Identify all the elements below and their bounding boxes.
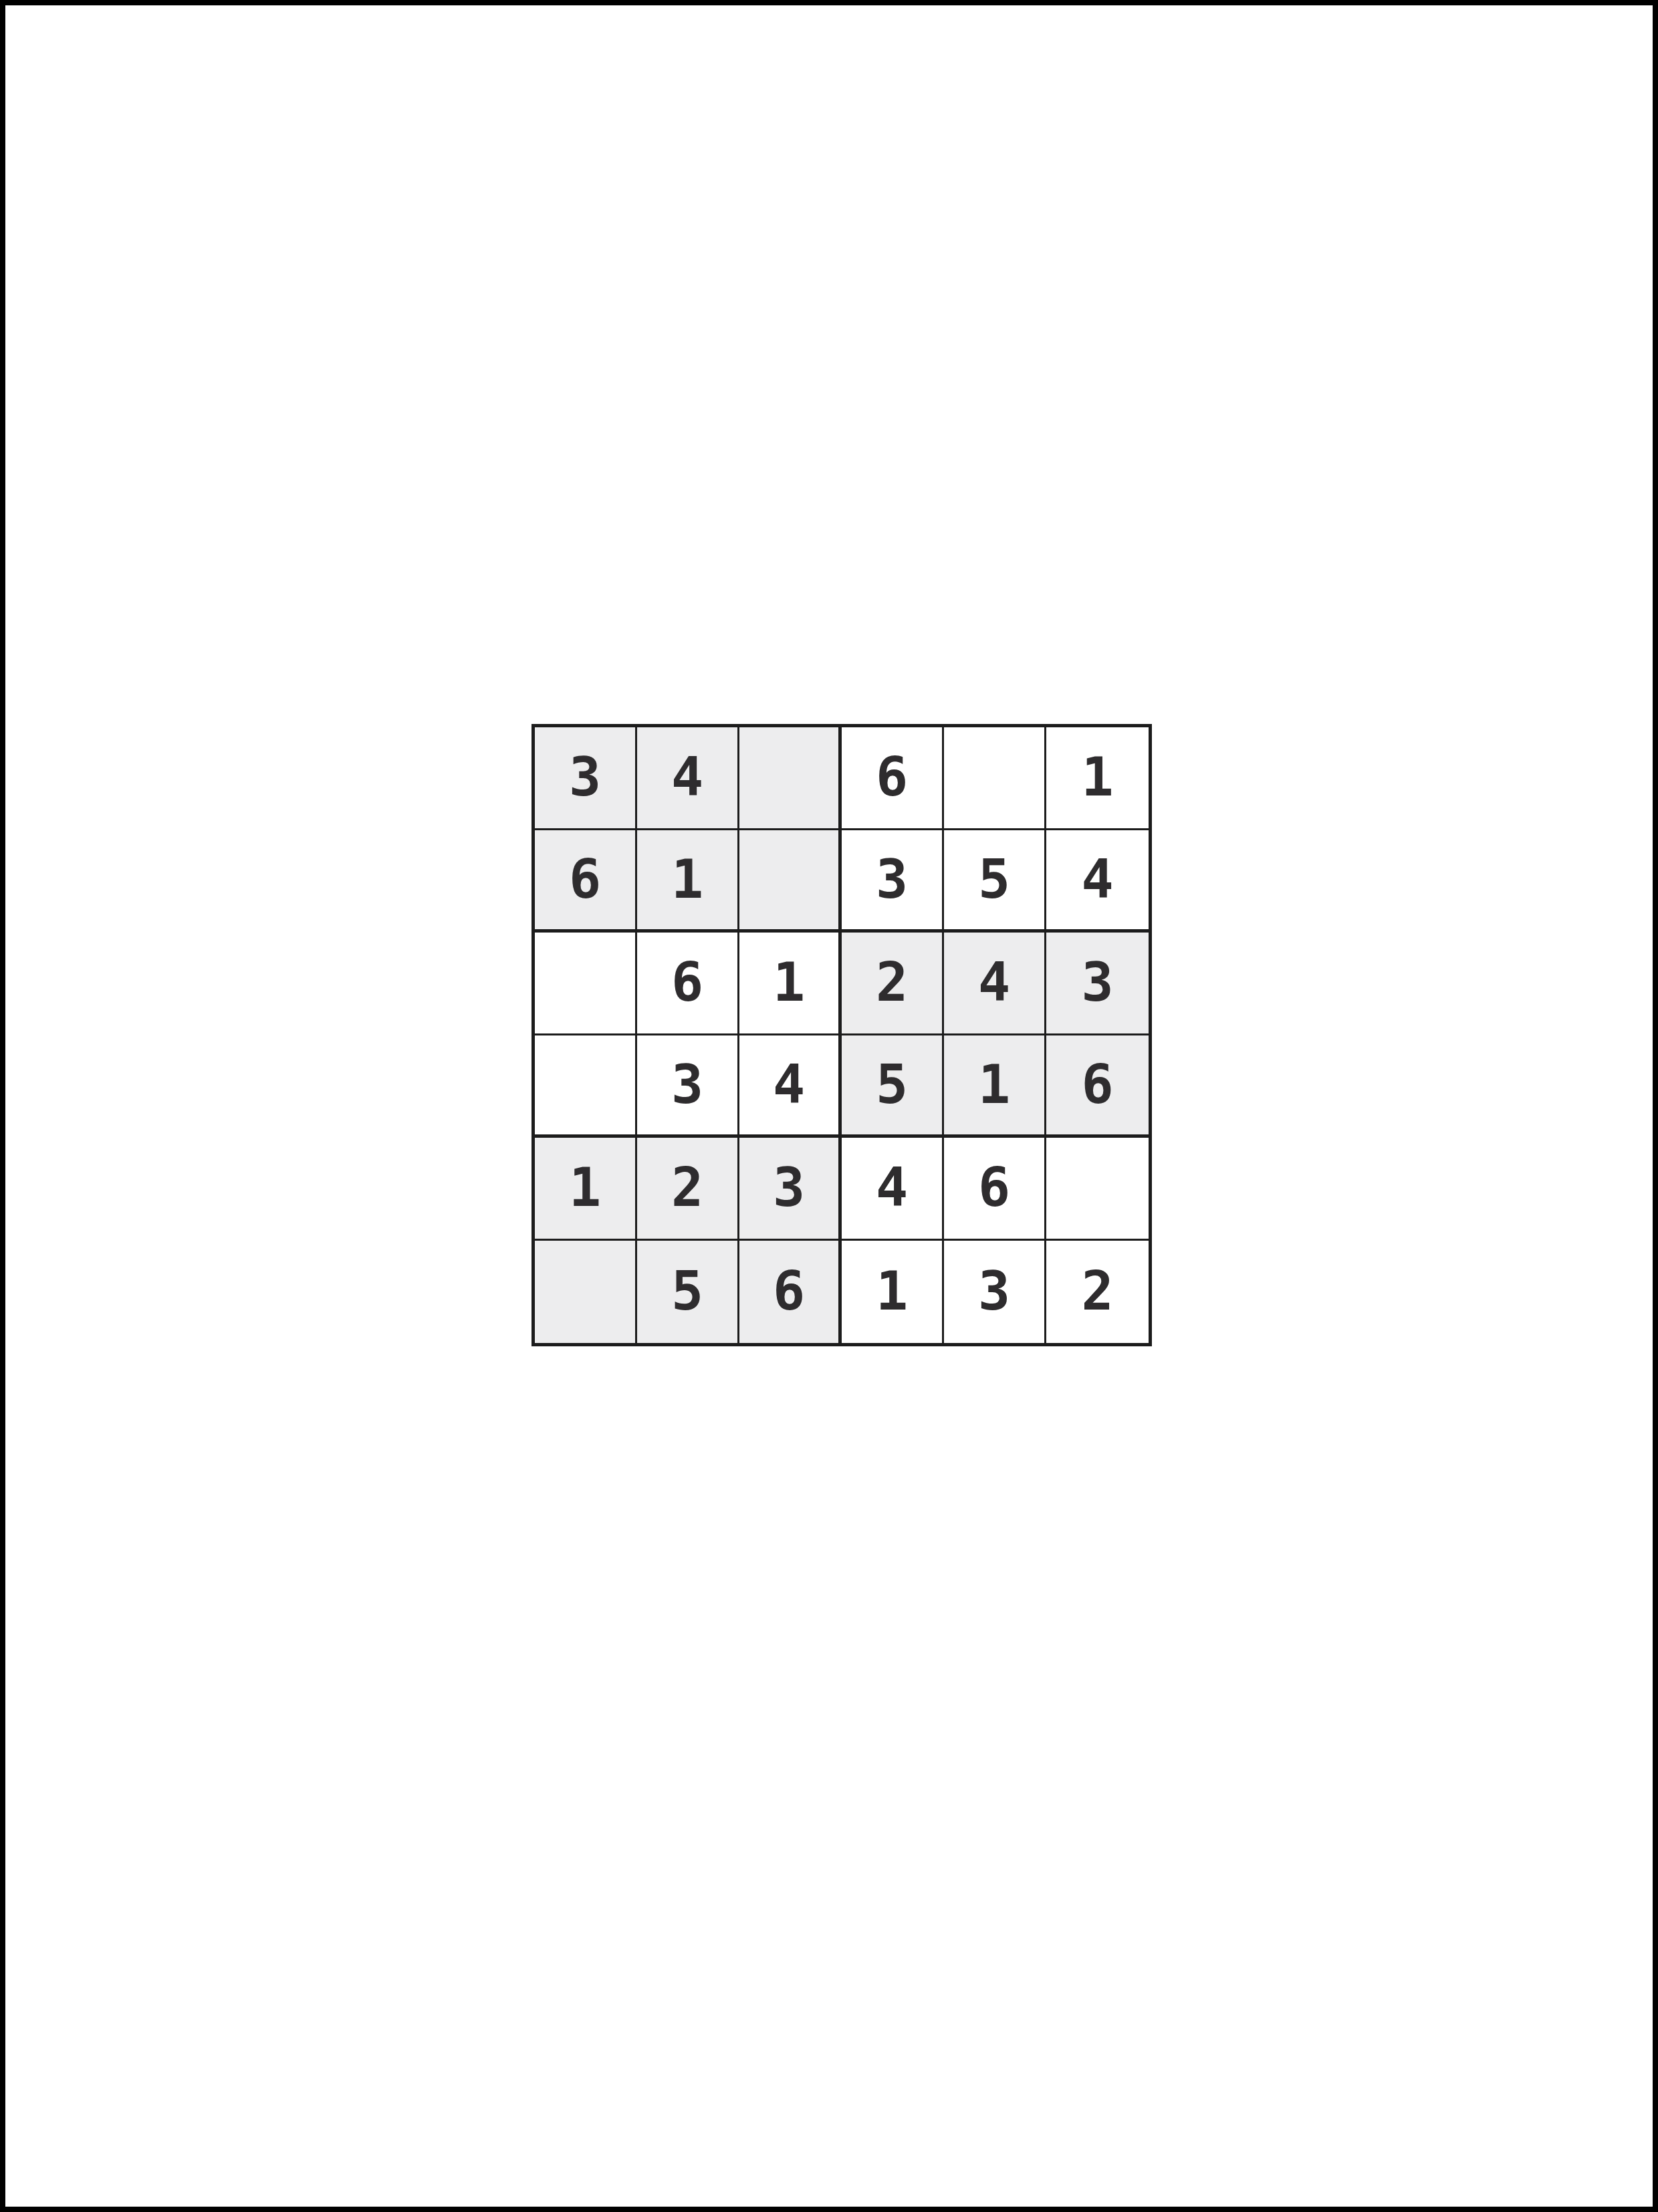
cell-value: 2: [1081, 1265, 1113, 1318]
cell-value: 2: [876, 956, 908, 1009]
cell-value: 6: [569, 853, 601, 906]
cell-r6c6[interactable]: 2: [1046, 1241, 1149, 1344]
cell-r3c2[interactable]: 6: [637, 933, 739, 1035]
cell-value: 1: [569, 1161, 601, 1215]
cell-value: 4: [773, 1058, 805, 1112]
cell-value: 1: [876, 1265, 908, 1318]
cell-r2c5[interactable]: 5: [944, 830, 1046, 933]
sudoku-board: 34616135461243345161234656132: [531, 724, 1152, 1346]
cell-r6c2[interactable]: 5: [637, 1241, 739, 1344]
cell-r1c3[interactable]: [739, 727, 842, 830]
cell-r6c3[interactable]: 6: [739, 1241, 842, 1344]
cell-r1c2[interactable]: 4: [637, 727, 739, 830]
cell-r3c3[interactable]: 1: [739, 933, 842, 1035]
cell-value: 4: [1081, 853, 1113, 906]
cell-r1c4[interactable]: 6: [842, 727, 944, 830]
cell-r2c4[interactable]: 3: [842, 830, 944, 933]
cell-value: 1: [1081, 751, 1113, 804]
cell-value: 4: [876, 1161, 908, 1215]
cell-r3c6[interactable]: 3: [1046, 933, 1149, 1035]
cell-r1c1[interactable]: 3: [535, 727, 637, 830]
cell-value: 3: [773, 1161, 805, 1215]
cell-value: 3: [978, 1265, 1010, 1318]
cell-value: 3: [569, 751, 601, 804]
cell-r4c4[interactable]: 5: [842, 1035, 944, 1138]
cell-value: 5: [671, 1265, 703, 1318]
cell-value: 6: [671, 956, 703, 1009]
cell-r5c2[interactable]: 2: [637, 1138, 739, 1241]
cell-value: 4: [671, 751, 703, 804]
cell-r1c5[interactable]: [944, 727, 1046, 830]
cell-r6c5[interactable]: 3: [944, 1241, 1046, 1344]
cell-value: 1: [773, 956, 805, 1009]
cell-value: 5: [876, 1058, 908, 1112]
cell-r6c1[interactable]: [535, 1241, 637, 1344]
cell-value: 3: [671, 1058, 703, 1112]
cell-r6c4[interactable]: 1: [842, 1241, 944, 1344]
cell-value: 6: [876, 751, 908, 804]
cell-r2c1[interactable]: 6: [535, 830, 637, 933]
cell-value: 2: [671, 1161, 703, 1215]
cell-r5c6[interactable]: [1046, 1138, 1149, 1241]
cell-value: 4: [978, 956, 1010, 1009]
cell-r5c4[interactable]: 4: [842, 1138, 944, 1241]
cell-value: 1: [671, 853, 703, 906]
cell-value: 1: [978, 1058, 1010, 1112]
cell-r4c2[interactable]: 3: [637, 1035, 739, 1138]
cell-r1c6[interactable]: 1: [1046, 727, 1149, 830]
cell-r4c1[interactable]: [535, 1035, 637, 1138]
cell-value: 3: [876, 853, 908, 906]
cell-r2c3[interactable]: [739, 830, 842, 933]
cell-r2c2[interactable]: 1: [637, 830, 739, 933]
page: 34616135461243345161234656132: [0, 0, 1658, 2212]
cell-r4c5[interactable]: 1: [944, 1035, 1046, 1138]
cell-value: 5: [978, 853, 1010, 906]
cell-r3c4[interactable]: 2: [842, 933, 944, 1035]
cell-r5c5[interactable]: 6: [944, 1138, 1046, 1241]
cell-value: 3: [1081, 956, 1113, 1009]
cell-value: 6: [978, 1161, 1010, 1215]
cell-r3c1[interactable]: [535, 933, 637, 1035]
cell-r5c1[interactable]: 1: [535, 1138, 637, 1241]
cell-r4c6[interactable]: 6: [1046, 1035, 1149, 1138]
cell-r3c5[interactable]: 4: [944, 933, 1046, 1035]
cell-r2c6[interactable]: 4: [1046, 830, 1149, 933]
cell-r5c3[interactable]: 3: [739, 1138, 842, 1241]
cell-value: 6: [773, 1265, 805, 1318]
cell-r4c3[interactable]: 4: [739, 1035, 842, 1138]
cell-value: 6: [1081, 1058, 1113, 1112]
